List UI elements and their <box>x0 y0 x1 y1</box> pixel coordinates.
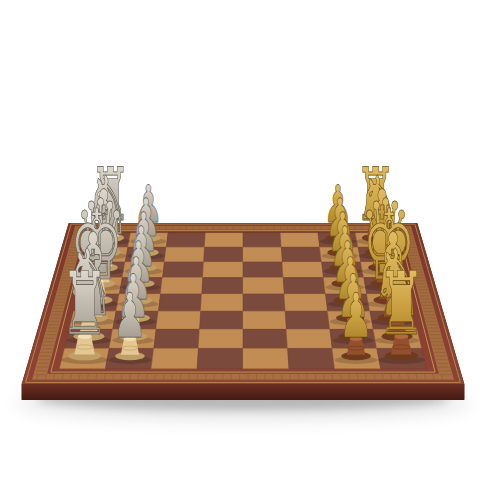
piece-black-rook-h8: ♜ <box>377 253 426 364</box>
square-d4 <box>202 278 243 294</box>
square-h3 <box>151 348 198 368</box>
square-c6 <box>282 262 323 278</box>
pawn-glyph: ♟ <box>339 280 373 351</box>
square-a3 <box>166 233 205 247</box>
square-g6 <box>286 329 332 348</box>
square-h6 <box>288 348 335 368</box>
square-a5 <box>243 233 281 247</box>
piece-white-rook-h1: ♜ <box>60 253 109 364</box>
square-a4 <box>205 233 243 247</box>
square-a6 <box>281 233 320 247</box>
board-front-edge-face <box>22 384 465 400</box>
rook-glyph: ♜ <box>377 253 426 355</box>
square-d6 <box>283 278 325 294</box>
square-g5 <box>243 329 288 348</box>
square-f3 <box>156 311 201 329</box>
square-c3 <box>163 262 204 278</box>
rook-glyph: ♜ <box>60 253 109 355</box>
square-b3 <box>164 247 204 262</box>
square-b4 <box>204 247 243 262</box>
square-g4 <box>198 329 243 348</box>
chessboard-photo: ♜♟♟♜♞♟♟♞♝♟♟♝♛♟♟♛♚♟♟♚♝♟♟♝♞♟♟♞♜♟♟♜ <box>0 0 480 480</box>
square-h4 <box>197 348 243 368</box>
square-d3 <box>161 278 203 294</box>
square-g3 <box>154 329 200 348</box>
square-b6 <box>281 247 321 262</box>
pawn-glyph: ♟ <box>113 280 147 351</box>
square-c5 <box>243 262 283 278</box>
square-e6 <box>284 294 327 311</box>
square-c4 <box>203 262 243 278</box>
square-b5 <box>243 247 282 262</box>
product-photo: ♜♟♟♜♞♟♟♞♝♟♟♝♛♟♟♛♚♟♟♚♝♟♟♝♞♟♟♞♜♟♟♜ <box>0 0 480 480</box>
square-h5 <box>243 348 289 368</box>
square-d5 <box>243 278 284 294</box>
square-e4 <box>201 294 243 311</box>
square-f4 <box>200 311 243 329</box>
square-f5 <box>243 311 286 329</box>
square-f6 <box>285 311 330 329</box>
square-e5 <box>243 294 285 311</box>
square-e3 <box>158 294 201 311</box>
